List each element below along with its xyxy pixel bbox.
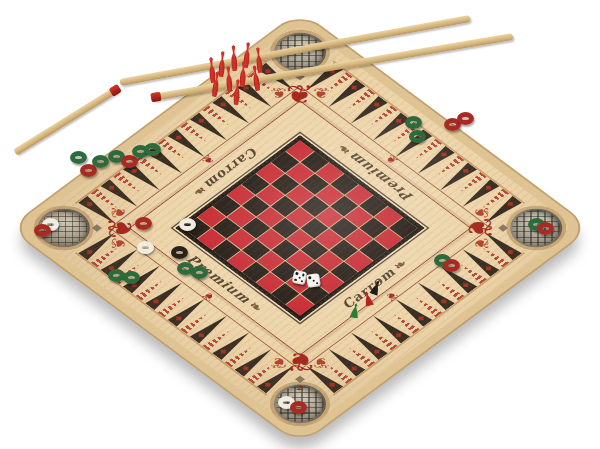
die-pip [295, 272, 298, 275]
die-showing-3[interactable] [306, 273, 321, 288]
carrom-ring-green[interactable] [92, 155, 109, 168]
carrom-ring-red[interactable] [135, 217, 152, 230]
carrom-ring-green[interactable] [409, 130, 426, 143]
carrom-ring-green[interactable] [123, 271, 140, 284]
die-showing-5[interactable] [292, 270, 307, 285]
carrom-ring-green[interactable] [405, 116, 422, 129]
carrom-ring-white[interactable] [137, 241, 154, 254]
die-pip [316, 282, 319, 285]
die-pip [294, 278, 297, 281]
cue-stick-red-tip [150, 91, 161, 102]
carrom-ring-red[interactable] [443, 259, 460, 272]
cue-stick-red-tip [109, 83, 122, 96]
loose-pieces-layer [0, 0, 600, 449]
carrom-ring-green[interactable] [191, 266, 208, 279]
carrom-ring-green[interactable] [144, 143, 161, 156]
small-pawn[interactable] [368, 278, 384, 296]
die-pip [302, 273, 305, 276]
cue-stick[interactable] [13, 85, 120, 155]
die-pip [300, 280, 303, 283]
carrom-ring-red[interactable] [537, 222, 554, 235]
carrom-board-photo: Premium❧ ❦ Carrom❧ ❦ Premium❧ ❦ Carrom❧ … [0, 0, 600, 449]
carrom-ring-black[interactable] [171, 246, 188, 259]
carrom-ring-red[interactable] [457, 112, 474, 125]
carrom-ring-red[interactable] [290, 401, 307, 414]
carrom-ring-green[interactable] [70, 151, 87, 164]
die-pip [308, 276, 311, 279]
carrom-ring-red[interactable] [34, 224, 51, 237]
die-pip [298, 276, 301, 279]
carrom-ring-white[interactable] [179, 218, 196, 231]
carrom-ring-green[interactable] [108, 269, 125, 282]
die-pip [312, 279, 315, 282]
small-pawn[interactable] [348, 302, 362, 319]
